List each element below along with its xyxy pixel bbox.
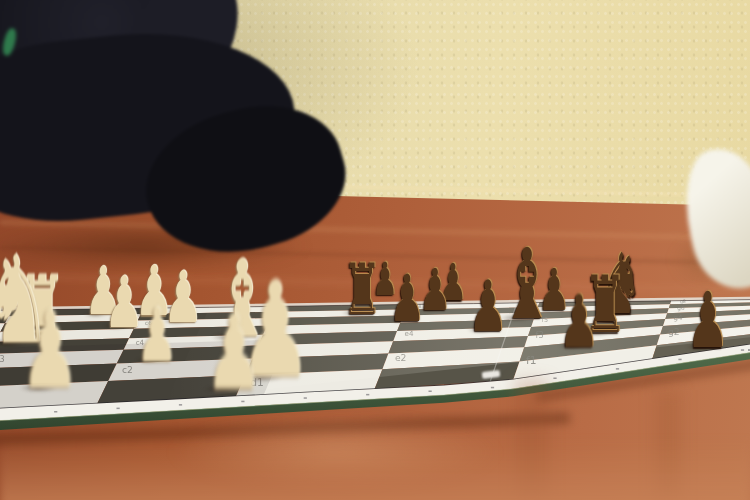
piece-shadow	[13, 382, 63, 393]
piece-shadow	[80, 311, 111, 318]
piece-shadow	[229, 370, 291, 384]
piece-shadow	[369, 291, 391, 296]
piece-shadow	[554, 342, 588, 350]
piece-shadow	[0, 337, 33, 350]
piece-shadow	[158, 317, 191, 325]
piece-shadow	[337, 309, 370, 317]
piece-shadow	[577, 329, 614, 337]
piece-shadow	[99, 322, 132, 330]
foreground-blur	[0, 438, 750, 500]
piece-shadow	[130, 311, 162, 318]
piece-shadow	[435, 296, 459, 301]
piece-shadow	[534, 306, 561, 312]
piece-shadow	[205, 331, 255, 342]
piece-shadow	[463, 326, 496, 334]
piece-shadow	[493, 313, 539, 323]
piece-shadow	[384, 317, 414, 324]
photo-scene: c8e8g8b7d7f7c6e6g6b5d5f5c4e4g4b3d3f3c2e2…	[0, 0, 750, 500]
piece-shadow	[415, 306, 442, 312]
piece-shadow	[591, 309, 631, 318]
piece-shadow	[131, 356, 166, 364]
piece-shadow	[198, 384, 246, 395]
piece-shadow	[681, 343, 717, 351]
